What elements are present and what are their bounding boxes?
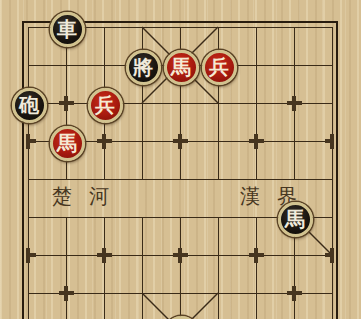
piece-black-horse[interactable]: 馬 xyxy=(278,202,313,237)
piece-character: 車 xyxy=(57,19,77,39)
piece-red-soldier[interactable]: 兵 xyxy=(88,88,123,123)
pieces-layer: 車將馬兵砲兵馬馬帥 xyxy=(9,8,351,319)
piece-character: 馬 xyxy=(171,57,191,77)
piece-red-soldier[interactable]: 兵 xyxy=(202,50,237,85)
piece-black-chariot[interactable]: 車 xyxy=(50,12,85,47)
piece-character: 砲 xyxy=(19,95,39,115)
piece-black-cannon[interactable]: 砲 xyxy=(12,88,47,123)
piece-character: 馬 xyxy=(57,133,77,153)
piece-red-horse[interactable]: 馬 xyxy=(50,126,85,161)
piece-character: 將 xyxy=(133,57,153,77)
xiangqi-board[interactable]: 楚河 漢界 車將馬兵砲兵馬馬帥 xyxy=(0,0,361,319)
piece-black-general[interactable]: 將 xyxy=(126,50,161,85)
piece-character: 兵 xyxy=(209,57,229,77)
piece-character: 兵 xyxy=(95,95,115,115)
piece-red-horse[interactable]: 馬 xyxy=(164,50,199,85)
piece-red-general[interactable]: 帥 xyxy=(164,316,199,319)
piece-character: 馬 xyxy=(285,209,305,229)
